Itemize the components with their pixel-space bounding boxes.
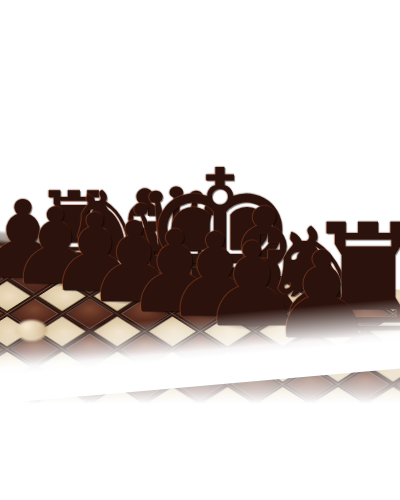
chess-set-photo: ♜♞♝♛♟♟♟♚♟♝♟♟♞♟♜♟	[0, 0, 400, 500]
photo-bottom-fade-2	[0, 352, 400, 500]
